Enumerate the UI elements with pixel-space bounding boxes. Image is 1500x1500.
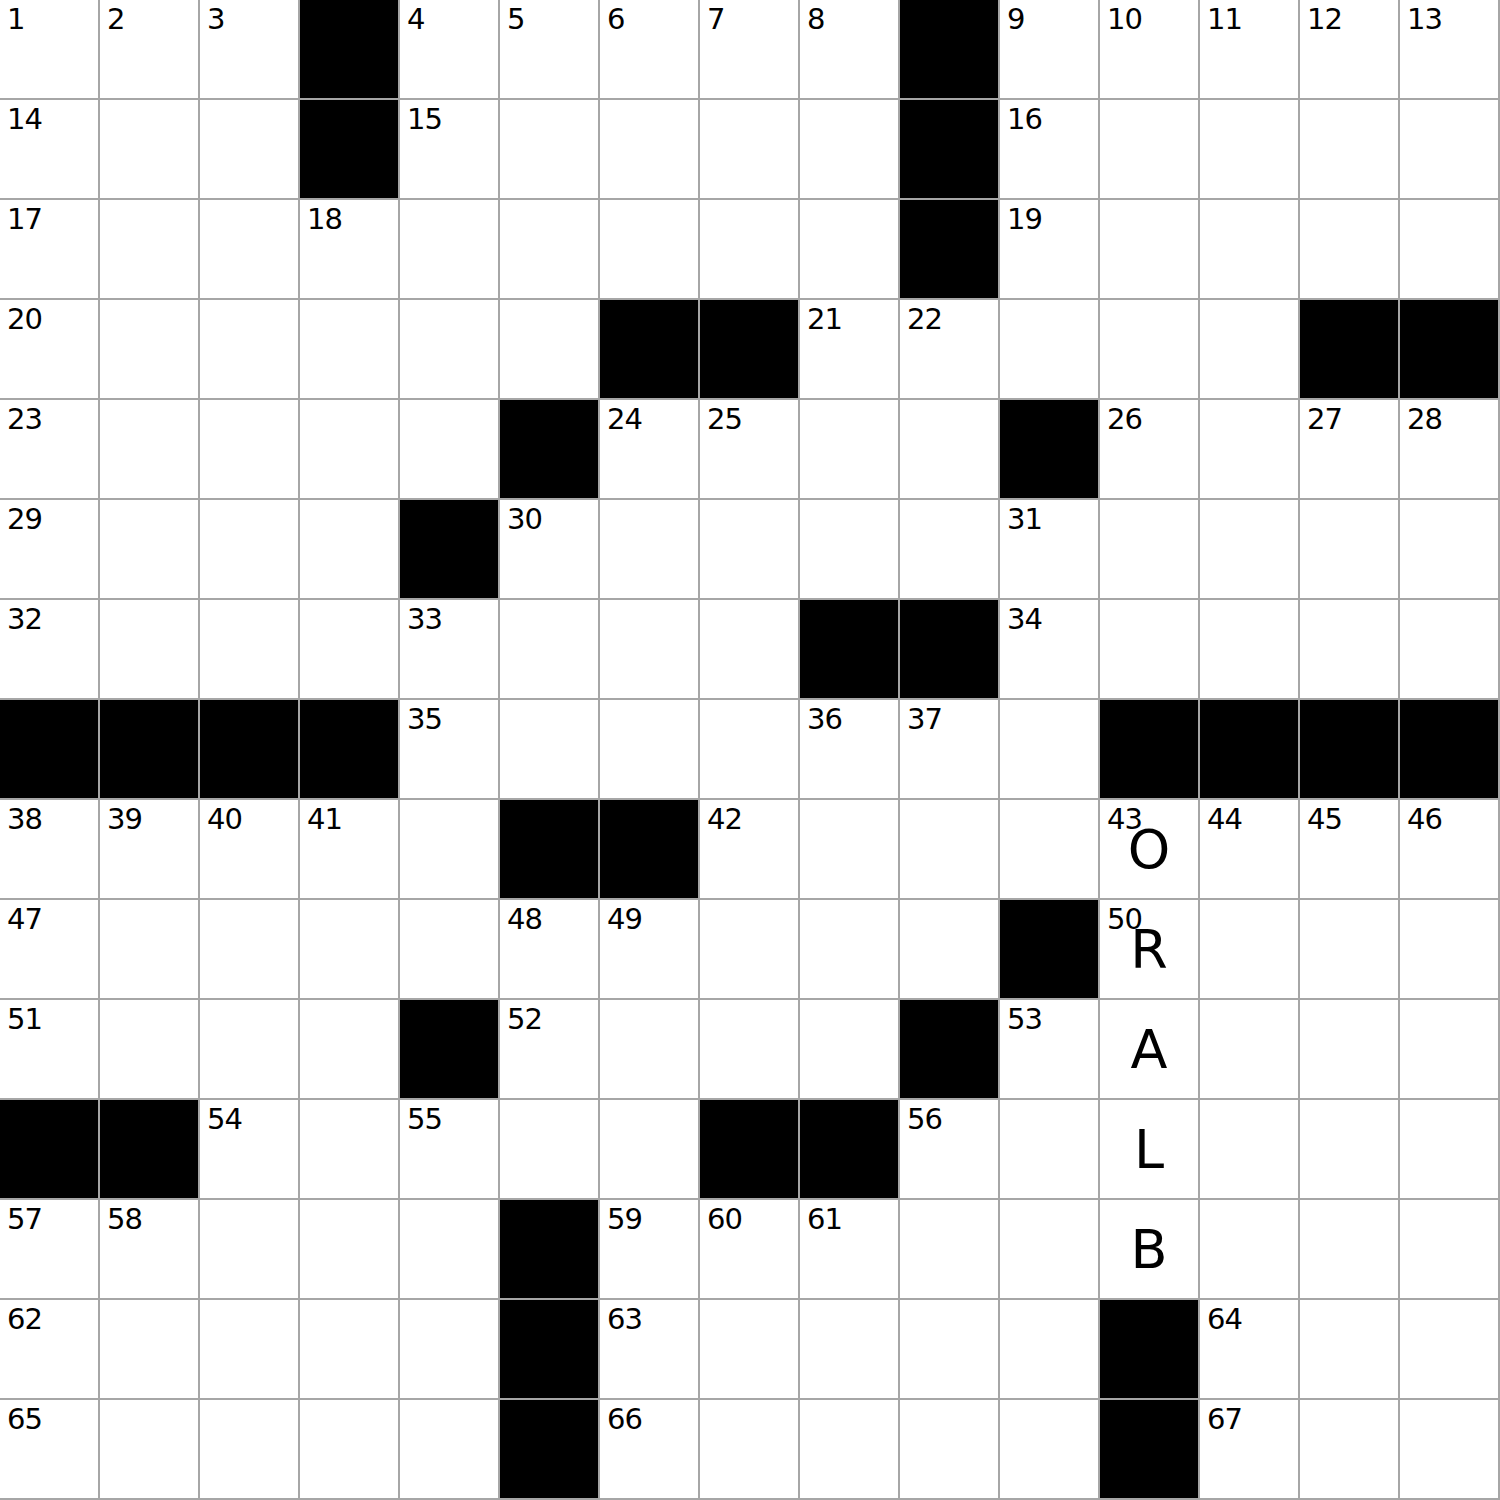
clue-number: 57 — [7, 1204, 42, 1236]
clue-number: 51 — [7, 1004, 42, 1036]
white-square[interactable] — [1100, 200, 1200, 300]
white-square[interactable] — [1200, 200, 1300, 300]
clue-number: 45 — [1307, 804, 1342, 836]
white-square[interactable] — [900, 1300, 1000, 1400]
white-square[interactable] — [1200, 600, 1300, 700]
cell-letter: O — [1100, 800, 1198, 898]
clue-number: 64 — [1207, 1304, 1242, 1336]
white-square[interactable]: 33 — [400, 600, 500, 700]
white-square[interactable] — [500, 100, 600, 200]
white-square[interactable] — [1200, 1200, 1300, 1300]
white-square[interactable]: 2 — [100, 0, 200, 100]
white-square[interactable] — [1400, 500, 1500, 600]
white-square[interactable] — [600, 1100, 700, 1200]
white-square[interactable] — [200, 900, 300, 1000]
white-square[interactable] — [1200, 500, 1300, 600]
white-square[interactable] — [800, 400, 900, 500]
clue-number: 24 — [607, 404, 642, 436]
white-square[interactable] — [400, 1300, 500, 1400]
white-square[interactable]: 4 — [400, 0, 500, 100]
white-square[interactable]: L — [1100, 1100, 1200, 1200]
white-square[interactable] — [700, 1400, 800, 1500]
white-square[interactable] — [400, 200, 500, 300]
black-square — [400, 1000, 500, 1100]
black-square — [1100, 1400, 1200, 1500]
white-square[interactable]: 27 — [1300, 400, 1400, 500]
white-square[interactable]: 39 — [100, 800, 200, 900]
white-square[interactable]: 47 — [0, 900, 100, 1000]
white-square[interactable]: 37 — [900, 700, 1000, 800]
white-square[interactable]: 16 — [1000, 100, 1100, 200]
white-square[interactable]: 6 — [600, 0, 700, 100]
white-square[interactable]: 11 — [1200, 0, 1300, 100]
white-square[interactable]: 10 — [1100, 0, 1200, 100]
black-square — [900, 100, 1000, 200]
white-square[interactable] — [100, 600, 200, 700]
white-square[interactable]: 55 — [400, 1100, 500, 1200]
white-square[interactable] — [900, 1200, 1000, 1300]
white-square[interactable] — [400, 300, 500, 400]
white-square[interactable] — [300, 500, 400, 600]
white-square[interactable] — [700, 500, 800, 600]
white-square[interactable] — [200, 400, 300, 500]
black-square — [1100, 1300, 1200, 1400]
white-square[interactable] — [600, 200, 700, 300]
white-square[interactable]: 48 — [500, 900, 600, 1000]
white-square[interactable]: A — [1100, 1000, 1200, 1100]
white-square[interactable] — [300, 400, 400, 500]
black-square — [500, 1400, 600, 1500]
white-square[interactable] — [1000, 800, 1100, 900]
clue-number: 44 — [1207, 804, 1242, 836]
white-square[interactable] — [900, 900, 1000, 1000]
white-square[interactable]: 62 — [0, 1300, 100, 1400]
clue-number: 66 — [607, 1404, 642, 1436]
clue-number: 54 — [207, 1104, 242, 1136]
clue-number: 16 — [1007, 104, 1042, 136]
white-square[interactable] — [1100, 100, 1200, 200]
white-square[interactable] — [900, 400, 1000, 500]
white-square[interactable] — [1400, 1400, 1500, 1500]
white-square[interactable] — [1400, 200, 1500, 300]
white-square[interactable]: 54 — [200, 1100, 300, 1200]
clue-number: 3 — [207, 4, 224, 36]
black-square — [1000, 400, 1100, 500]
white-square[interactable] — [1400, 100, 1500, 200]
white-square[interactable] — [800, 1300, 900, 1400]
clue-number: 20 — [7, 304, 42, 336]
clue-number: 4 — [407, 4, 424, 36]
white-square[interactable] — [100, 200, 200, 300]
black-square — [800, 1100, 900, 1200]
black-square — [300, 0, 400, 100]
white-square[interactable] — [200, 1300, 300, 1400]
white-square[interactable]: 9 — [1000, 0, 1100, 100]
white-square[interactable]: 34 — [1000, 600, 1100, 700]
clue-number: 40 — [207, 804, 242, 836]
white-square[interactable]: 42 — [700, 800, 800, 900]
black-square — [1100, 700, 1200, 800]
white-square[interactable]: 30 — [500, 500, 600, 600]
clue-number: 58 — [107, 1204, 142, 1236]
clue-number: 13 — [1407, 4, 1442, 36]
white-square[interactable] — [1300, 1300, 1400, 1400]
white-square[interactable]: 52 — [500, 1000, 600, 1100]
clue-number: 41 — [307, 804, 342, 836]
black-square — [1000, 900, 1100, 1000]
white-square[interactable]: 32 — [0, 600, 100, 700]
white-square[interactable] — [800, 100, 900, 200]
clue-number: 28 — [1407, 404, 1442, 436]
black-square — [300, 100, 400, 200]
white-square[interactable] — [900, 500, 1000, 600]
white-square[interactable]: 40 — [200, 800, 300, 900]
white-square[interactable] — [300, 1400, 400, 1500]
white-square[interactable] — [1400, 900, 1500, 1000]
white-square[interactable] — [1100, 300, 1200, 400]
clue-number: 63 — [607, 1304, 642, 1336]
white-square[interactable] — [800, 200, 900, 300]
clue-number: 15 — [407, 104, 442, 136]
white-square[interactable] — [800, 1400, 900, 1500]
white-square[interactable] — [1300, 100, 1400, 200]
white-square[interactable]: 60 — [700, 1200, 800, 1300]
clue-number: 60 — [707, 1204, 742, 1236]
white-square[interactable]: 41 — [300, 800, 400, 900]
white-square[interactable] — [900, 1400, 1000, 1500]
white-square[interactable]: 12 — [1300, 0, 1400, 100]
white-square[interactable]: 56 — [900, 1100, 1000, 1200]
white-square[interactable] — [500, 600, 600, 700]
white-square[interactable] — [500, 200, 600, 300]
black-square — [0, 1100, 100, 1200]
white-square[interactable] — [1000, 700, 1100, 800]
white-square[interactable] — [1100, 500, 1200, 600]
clue-number: 65 — [7, 1404, 42, 1436]
white-square[interactable]: 63 — [600, 1300, 700, 1400]
white-square[interactable] — [800, 900, 900, 1000]
clue-number: 1 — [7, 4, 24, 36]
white-square[interactable] — [400, 800, 500, 900]
white-square[interactable] — [700, 700, 800, 800]
cell-letter: R — [1100, 900, 1198, 998]
white-square[interactable] — [1400, 1100, 1500, 1200]
white-square[interactable]: 61 — [800, 1200, 900, 1300]
black-square — [700, 300, 800, 400]
white-square[interactable] — [700, 200, 800, 300]
white-square[interactable]: 3 — [200, 0, 300, 100]
white-square[interactable] — [200, 500, 300, 600]
white-square[interactable] — [1200, 1000, 1300, 1100]
white-square[interactable] — [100, 500, 200, 600]
clue-number: 11 — [1207, 4, 1242, 36]
clue-number: 49 — [607, 904, 642, 936]
white-square[interactable] — [200, 200, 300, 300]
white-square[interactable] — [100, 1300, 200, 1400]
black-square — [100, 700, 200, 800]
white-square[interactable]: 1 — [0, 0, 100, 100]
clue-number: 52 — [507, 1004, 542, 1036]
white-square[interactable]: 26 — [1100, 400, 1200, 500]
clue-number: 32 — [7, 604, 42, 636]
white-square[interactable] — [500, 700, 600, 800]
white-square[interactable]: 64 — [1200, 1300, 1300, 1400]
black-square — [700, 1100, 800, 1200]
black-square — [1300, 700, 1400, 800]
white-square[interactable]: 44 — [1200, 800, 1300, 900]
white-square[interactable] — [300, 1000, 400, 1100]
white-square[interactable] — [1000, 1300, 1100, 1400]
white-square[interactable] — [200, 1400, 300, 1500]
cell-letter: L — [1100, 1100, 1198, 1198]
clue-number: 12 — [1307, 4, 1342, 36]
white-square[interactable] — [1000, 1200, 1100, 1300]
white-square[interactable] — [1300, 900, 1400, 1000]
white-square[interactable] — [600, 600, 700, 700]
white-square[interactable]: 45 — [1300, 800, 1400, 900]
clue-number: 30 — [507, 504, 542, 536]
white-square[interactable]: 7 — [700, 0, 800, 100]
white-square[interactable]: 5 — [500, 0, 600, 100]
clue-number: 53 — [1007, 1004, 1042, 1036]
white-square[interactable] — [1000, 300, 1100, 400]
white-square[interactable]: 67 — [1200, 1400, 1300, 1500]
white-square[interactable] — [1400, 1000, 1500, 1100]
white-square[interactable] — [100, 100, 200, 200]
white-square[interactable] — [1400, 1200, 1500, 1300]
white-square[interactable] — [700, 600, 800, 700]
clue-number: 8 — [807, 4, 824, 36]
clue-number: 38 — [7, 804, 42, 836]
black-square — [500, 1200, 600, 1300]
clue-number: 36 — [807, 704, 842, 736]
white-square[interactable]: 59 — [600, 1200, 700, 1300]
white-square[interactable]: 50R — [1100, 900, 1200, 1000]
white-square[interactable]: B — [1100, 1200, 1200, 1300]
clue-number: 47 — [7, 904, 42, 936]
white-square[interactable]: 65 — [0, 1400, 100, 1500]
white-square[interactable] — [700, 1000, 800, 1100]
white-square[interactable] — [1300, 200, 1400, 300]
clue-number: 67 — [1207, 1404, 1242, 1436]
clue-number: 25 — [707, 404, 742, 436]
clue-number: 35 — [407, 704, 442, 736]
black-square — [500, 800, 600, 900]
white-square[interactable]: 24 — [600, 400, 700, 500]
clue-number: 27 — [1307, 404, 1342, 436]
white-square[interactable]: 23 — [0, 400, 100, 500]
white-square[interactable] — [400, 1200, 500, 1300]
white-square[interactable] — [300, 1100, 400, 1200]
white-square[interactable]: 22 — [900, 300, 1000, 400]
white-square[interactable] — [300, 1200, 400, 1300]
white-square[interactable] — [700, 1300, 800, 1400]
white-square[interactable] — [300, 1300, 400, 1400]
clue-number: 46 — [1407, 804, 1442, 836]
white-square[interactable] — [400, 900, 500, 1000]
black-square — [100, 1100, 200, 1200]
white-square[interactable] — [1300, 1000, 1400, 1100]
black-square — [500, 400, 600, 500]
white-square[interactable] — [800, 1000, 900, 1100]
white-square[interactable] — [200, 1200, 300, 1300]
white-square[interactable]: 49 — [600, 900, 700, 1000]
crossword-grid: 1234567891011121314151617181920212223242… — [0, 0, 1500, 1500]
white-square[interactable] — [200, 100, 300, 200]
white-square[interactable] — [1000, 1100, 1100, 1200]
black-square — [900, 600, 1000, 700]
white-square[interactable] — [1000, 1400, 1100, 1500]
clue-number: 39 — [107, 804, 142, 836]
white-square[interactable] — [200, 600, 300, 700]
white-square[interactable] — [900, 800, 1000, 900]
white-square[interactable]: 28 — [1400, 400, 1500, 500]
white-square[interactable]: 13 — [1400, 0, 1500, 100]
clue-number: 19 — [1007, 204, 1042, 236]
white-square[interactable] — [300, 900, 400, 1000]
clue-number: 5 — [507, 4, 524, 36]
white-square[interactable]: 8 — [800, 0, 900, 100]
black-square — [500, 1300, 600, 1400]
black-square — [900, 0, 1000, 100]
white-square[interactable] — [600, 1000, 700, 1100]
white-square[interactable] — [1400, 600, 1500, 700]
white-square[interactable] — [1200, 300, 1300, 400]
black-square — [600, 800, 700, 900]
black-square — [1200, 700, 1300, 800]
clue-number: 61 — [807, 1204, 842, 1236]
white-square[interactable]: 43O — [1100, 800, 1200, 900]
white-square[interactable] — [1400, 1300, 1500, 1400]
white-square[interactable] — [300, 300, 400, 400]
clue-number: 21 — [807, 304, 842, 336]
black-square — [900, 1000, 1000, 1100]
white-square[interactable] — [1200, 900, 1300, 1000]
clue-number: 10 — [1107, 4, 1142, 36]
cell-letter: A — [1100, 1000, 1198, 1098]
white-square[interactable] — [1300, 1200, 1400, 1300]
white-square[interactable]: 35 — [400, 700, 500, 800]
clue-number: 26 — [1107, 404, 1142, 436]
white-square[interactable]: 66 — [600, 1400, 700, 1500]
black-square — [1400, 700, 1500, 800]
white-square[interactable]: 31 — [1000, 500, 1100, 600]
clue-number: 34 — [1007, 604, 1042, 636]
clue-number: 22 — [907, 304, 942, 336]
clue-number: 56 — [907, 1104, 942, 1136]
clue-number: 9 — [1007, 4, 1024, 36]
white-square[interactable] — [100, 1400, 200, 1500]
cell-letter: B — [1100, 1200, 1198, 1298]
white-square[interactable]: 38 — [0, 800, 100, 900]
white-square[interactable] — [100, 1000, 200, 1100]
clue-number: 6 — [607, 4, 624, 36]
black-square — [200, 700, 300, 800]
clue-number: 29 — [7, 504, 42, 536]
white-square[interactable] — [1200, 400, 1300, 500]
white-square[interactable]: 53 — [1000, 1000, 1100, 1100]
black-square — [600, 300, 700, 400]
white-square[interactable]: 21 — [800, 300, 900, 400]
white-square[interactable] — [500, 1100, 600, 1200]
clue-number: 14 — [7, 104, 42, 136]
white-square[interactable]: 57 — [0, 1200, 100, 1300]
white-square[interactable] — [1300, 500, 1400, 600]
white-square[interactable] — [400, 400, 500, 500]
white-square[interactable] — [1100, 600, 1200, 700]
white-square[interactable] — [800, 500, 900, 600]
clue-number: 59 — [607, 1204, 642, 1236]
clue-number: 18 — [307, 204, 342, 236]
white-square[interactable] — [1200, 100, 1300, 200]
black-square — [1400, 300, 1500, 400]
black-square — [1300, 300, 1400, 400]
white-square[interactable] — [200, 1000, 300, 1100]
clue-number: 48 — [507, 904, 542, 936]
white-square[interactable]: 46 — [1400, 800, 1500, 900]
clue-number: 17 — [7, 204, 42, 236]
clue-number: 7 — [707, 4, 724, 36]
black-square — [300, 700, 400, 800]
white-square[interactable]: 51 — [0, 1000, 100, 1100]
white-square[interactable] — [600, 700, 700, 800]
white-square[interactable] — [300, 600, 400, 700]
clue-number: 55 — [407, 1104, 442, 1136]
white-square[interactable] — [800, 800, 900, 900]
white-square[interactable]: 15 — [400, 100, 500, 200]
white-square[interactable] — [100, 300, 200, 400]
black-square — [800, 600, 900, 700]
clue-number: 42 — [707, 804, 742, 836]
white-square[interactable] — [1300, 1400, 1400, 1500]
white-square[interactable] — [400, 1400, 500, 1500]
clue-number: 2 — [107, 4, 124, 36]
white-square[interactable]: 58 — [100, 1200, 200, 1300]
white-square[interactable] — [700, 900, 800, 1000]
white-square[interactable] — [100, 400, 200, 500]
white-square[interactable] — [600, 100, 700, 200]
clue-number: 31 — [1007, 504, 1042, 536]
white-square[interactable] — [1300, 1100, 1400, 1200]
black-square — [900, 200, 1000, 300]
white-square[interactable] — [700, 100, 800, 200]
white-square[interactable] — [1300, 600, 1400, 700]
clue-number: 23 — [7, 404, 42, 436]
white-square[interactable]: 36 — [800, 700, 900, 800]
white-square[interactable]: 20 — [0, 300, 100, 400]
white-square[interactable]: 25 — [700, 400, 800, 500]
black-square — [400, 500, 500, 600]
white-square[interactable]: 18 — [300, 200, 400, 300]
white-square[interactable]: 14 — [0, 100, 100, 200]
clue-number: 62 — [7, 1304, 42, 1336]
white-square[interactable] — [600, 500, 700, 600]
white-square[interactable]: 17 — [0, 200, 100, 300]
white-square[interactable]: 19 — [1000, 200, 1100, 300]
black-square — [0, 700, 100, 800]
white-square[interactable] — [200, 300, 300, 400]
white-square[interactable] — [100, 900, 200, 1000]
white-square[interactable] — [1200, 1100, 1300, 1200]
white-square[interactable] — [500, 300, 600, 400]
clue-number: 33 — [407, 604, 442, 636]
clue-number: 37 — [907, 704, 942, 736]
white-square[interactable]: 29 — [0, 500, 100, 600]
